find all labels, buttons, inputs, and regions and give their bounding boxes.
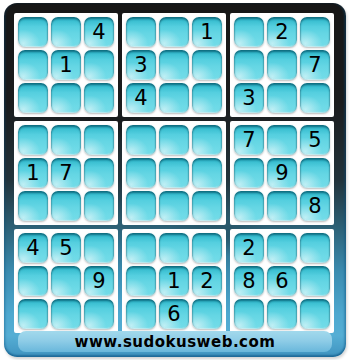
cell-r2c3[interactable] bbox=[84, 50, 114, 80]
cell-r5c6[interactable] bbox=[192, 158, 222, 188]
cell-r8c7[interactable]: 8 bbox=[234, 266, 264, 296]
cell-r6c4[interactable] bbox=[126, 191, 156, 221]
cell-r7c9[interactable] bbox=[300, 233, 330, 263]
cell-r9c8[interactable] bbox=[267, 299, 297, 329]
cell-r4c3[interactable] bbox=[84, 125, 114, 155]
box-6: 7598 bbox=[230, 121, 334, 225]
cell-r4c1[interactable] bbox=[18, 125, 48, 155]
cell-r9c6[interactable] bbox=[192, 299, 222, 329]
cell-r5c7[interactable] bbox=[234, 158, 264, 188]
cell-r2c4[interactable]: 3 bbox=[126, 50, 156, 80]
cell-r4c8[interactable] bbox=[267, 125, 297, 155]
board-frame: 41134273177598459126286 www.sudokusweb.c… bbox=[4, 3, 346, 357]
box-1: 41 bbox=[14, 13, 118, 117]
cell-r5c1[interactable]: 1 bbox=[18, 158, 48, 188]
cell-r6c5[interactable] bbox=[159, 191, 189, 221]
cell-r9c5[interactable]: 6 bbox=[159, 299, 189, 329]
cell-r1c5[interactable] bbox=[159, 17, 189, 47]
box-5 bbox=[122, 121, 226, 225]
box-8: 126 bbox=[122, 229, 226, 333]
cell-r1c3[interactable]: 4 bbox=[84, 17, 114, 47]
cell-r1c1[interactable] bbox=[18, 17, 48, 47]
cell-r5c9[interactable] bbox=[300, 158, 330, 188]
cell-r8c5[interactable]: 1 bbox=[159, 266, 189, 296]
cell-r9c4[interactable] bbox=[126, 299, 156, 329]
box-4: 17 bbox=[14, 121, 118, 225]
cell-r2c2[interactable]: 1 bbox=[51, 50, 81, 80]
cell-r7c2[interactable]: 5 bbox=[51, 233, 81, 263]
box-2: 134 bbox=[122, 13, 226, 117]
cell-r1c8[interactable]: 2 bbox=[267, 17, 297, 47]
cell-r4c4[interactable] bbox=[126, 125, 156, 155]
cell-r1c2[interactable] bbox=[51, 17, 81, 47]
site-link[interactable]: www.sudokusweb.com bbox=[75, 333, 276, 351]
cell-r1c6[interactable]: 1 bbox=[192, 17, 222, 47]
cell-r4c7[interactable]: 7 bbox=[234, 125, 264, 155]
cell-r3c6[interactable] bbox=[192, 83, 222, 113]
cell-r8c1[interactable] bbox=[18, 266, 48, 296]
box-3: 273 bbox=[230, 13, 334, 117]
cell-r3c4[interactable]: 4 bbox=[126, 83, 156, 113]
cell-r6c2[interactable] bbox=[51, 191, 81, 221]
cell-r2c1[interactable] bbox=[18, 50, 48, 80]
cell-r5c5[interactable] bbox=[159, 158, 189, 188]
cell-r9c9[interactable] bbox=[300, 299, 330, 329]
cell-r2c9[interactable]: 7 bbox=[300, 50, 330, 80]
cell-r3c1[interactable] bbox=[18, 83, 48, 113]
cell-r4c2[interactable] bbox=[51, 125, 81, 155]
cell-r2c5[interactable] bbox=[159, 50, 189, 80]
cell-r8c3[interactable]: 9 bbox=[84, 266, 114, 296]
cell-r6c7[interactable] bbox=[234, 191, 264, 221]
cell-r7c7[interactable]: 2 bbox=[234, 233, 264, 263]
cell-r4c5[interactable] bbox=[159, 125, 189, 155]
cell-r1c9[interactable] bbox=[300, 17, 330, 47]
cell-r3c3[interactable] bbox=[84, 83, 114, 113]
cell-r2c8[interactable] bbox=[267, 50, 297, 80]
cell-r6c3[interactable] bbox=[84, 191, 114, 221]
cell-r7c1[interactable]: 4 bbox=[18, 233, 48, 263]
cell-r9c2[interactable] bbox=[51, 299, 81, 329]
cell-r7c8[interactable] bbox=[267, 233, 297, 263]
cell-r9c7[interactable] bbox=[234, 299, 264, 329]
cell-r3c2[interactable] bbox=[51, 83, 81, 113]
cell-r6c6[interactable] bbox=[192, 191, 222, 221]
cell-r2c7[interactable] bbox=[234, 50, 264, 80]
cell-r8c6[interactable]: 2 bbox=[192, 266, 222, 296]
cell-r9c1[interactable] bbox=[18, 299, 48, 329]
cell-r9c3[interactable] bbox=[84, 299, 114, 329]
cell-r5c3[interactable] bbox=[84, 158, 114, 188]
footer-bar: www.sudokusweb.com bbox=[18, 331, 332, 352]
cell-r4c9[interactable]: 5 bbox=[300, 125, 330, 155]
cell-r1c4[interactable] bbox=[126, 17, 156, 47]
cell-r3c5[interactable] bbox=[159, 83, 189, 113]
cell-r3c7[interactable]: 3 bbox=[234, 83, 264, 113]
cell-r3c8[interactable] bbox=[267, 83, 297, 113]
cell-r7c4[interactable] bbox=[126, 233, 156, 263]
cell-r5c8[interactable]: 9 bbox=[267, 158, 297, 188]
cell-r5c4[interactable] bbox=[126, 158, 156, 188]
cell-r4c6[interactable] bbox=[192, 125, 222, 155]
cell-r5c2[interactable]: 7 bbox=[51, 158, 81, 188]
sudoku-board: 41134273177598459126286 bbox=[14, 13, 334, 333]
cell-r3c9[interactable] bbox=[300, 83, 330, 113]
cell-r8c4[interactable] bbox=[126, 266, 156, 296]
cell-r7c5[interactable] bbox=[159, 233, 189, 263]
box-7: 459 bbox=[14, 229, 118, 333]
sudoku-widget: 41134273177598459126286 www.sudokusweb.c… bbox=[0, 0, 350, 360]
cell-r7c6[interactable] bbox=[192, 233, 222, 263]
box-9: 286 bbox=[230, 229, 334, 333]
cell-r7c3[interactable] bbox=[84, 233, 114, 263]
cell-r8c2[interactable] bbox=[51, 266, 81, 296]
cell-r6c8[interactable] bbox=[267, 191, 297, 221]
cell-r8c8[interactable]: 6 bbox=[267, 266, 297, 296]
cell-r6c9[interactable]: 8 bbox=[300, 191, 330, 221]
cell-r1c7[interactable] bbox=[234, 17, 264, 47]
cell-r2c6[interactable] bbox=[192, 50, 222, 80]
cell-r8c9[interactable] bbox=[300, 266, 330, 296]
cell-r6c1[interactable] bbox=[18, 191, 48, 221]
